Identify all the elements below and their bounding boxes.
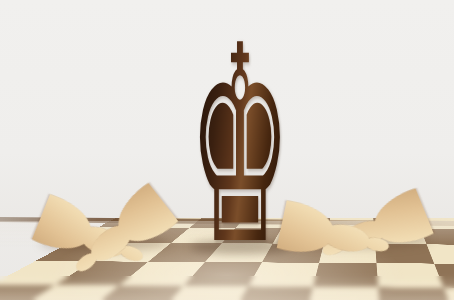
king-shadow: [190, 240, 290, 254]
right-pawns-shadow: [281, 232, 431, 248]
left-pawns-shadow: [40, 235, 170, 251]
background-backdrop: [0, 0, 454, 218]
foreground-blur: [0, 276, 454, 300]
chess-photo-scene: ♟ ♟ ♟ ♟ ♚: [0, 0, 454, 300]
